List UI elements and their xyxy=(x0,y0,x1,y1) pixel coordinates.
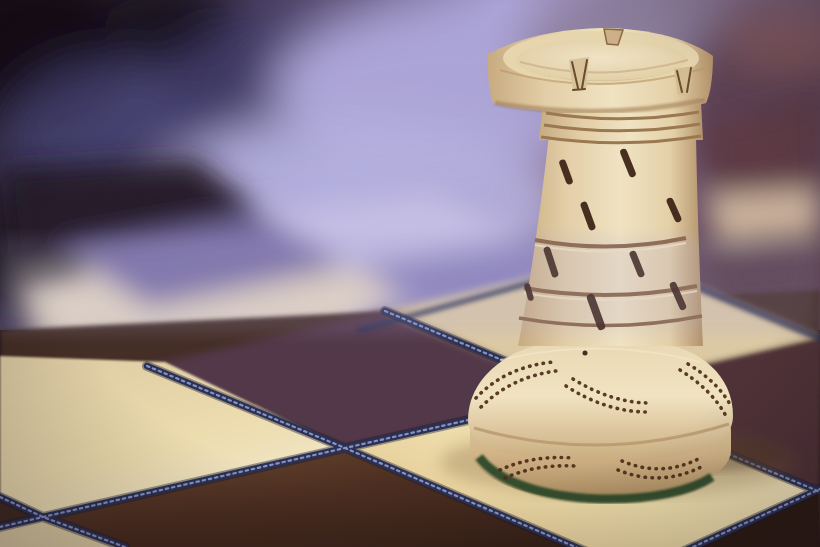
chessboard-photo: Close-up photograph of a white wooden ro… xyxy=(0,0,820,547)
chess-scene xyxy=(0,0,820,547)
vignette xyxy=(0,0,820,547)
